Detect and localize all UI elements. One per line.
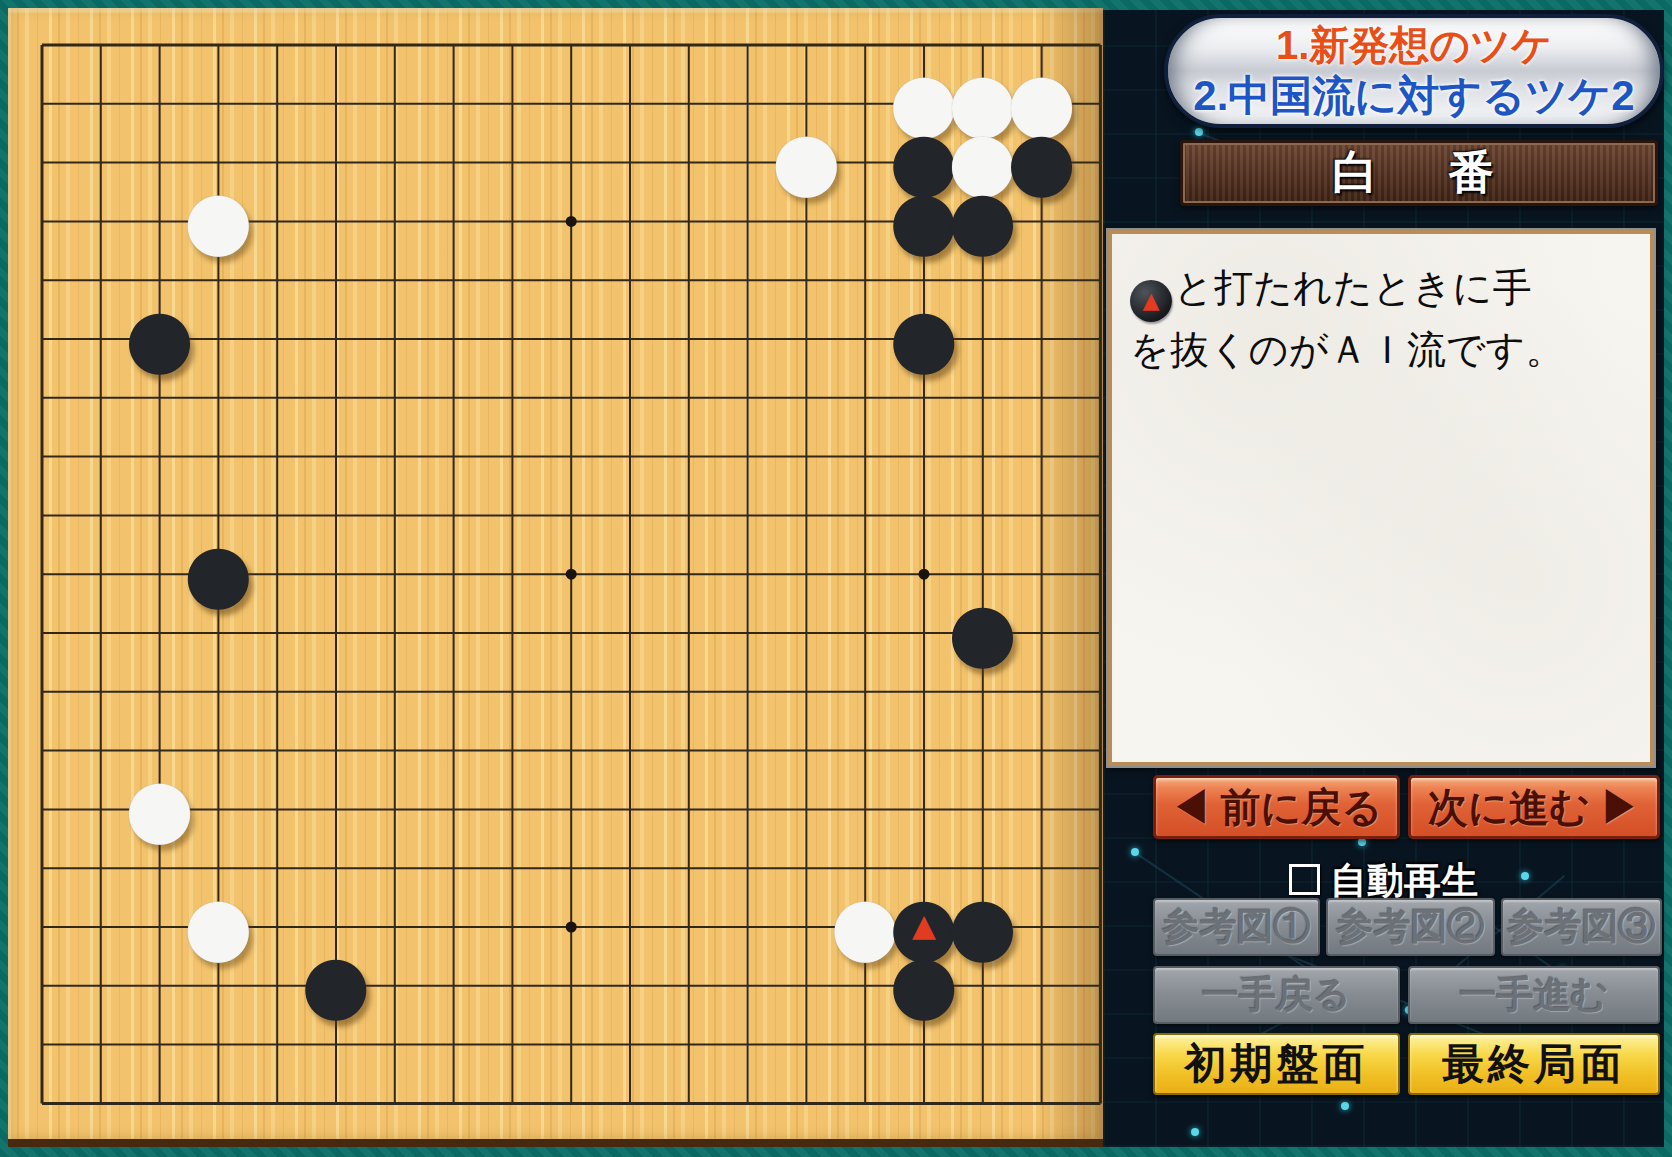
lesson-title-banner: 1.新発想のツケ 2.中国流に対するツケ2 [1164, 14, 1664, 128]
circuit-dot-decoration [1131, 848, 1139, 856]
ref-diagram-1-button[interactable]: 参考図① [1153, 898, 1320, 956]
final-position-button[interactable]: 最終局面 [1408, 1033, 1660, 1095]
prev-button[interactable]: ◀ 前に戻る [1153, 775, 1400, 839]
black-stone: ● [1012, 133, 1071, 192]
black-stone: ● [307, 956, 366, 1015]
turn-indicator-label: 白 番 [1332, 142, 1506, 204]
next-button[interactable]: 次に進む ▶ [1408, 775, 1660, 839]
circuit-dot-decoration [1191, 1128, 1199, 1136]
black-stone: ● [895, 192, 954, 251]
white-stone: ● [777, 133, 836, 192]
white-stone: ● [130, 780, 189, 839]
black-stone: ● [895, 956, 954, 1015]
black-stone: ● [953, 604, 1012, 663]
white-stone: ● [836, 898, 895, 957]
next-button-label: 次に進む ▶ [1428, 780, 1640, 835]
initial-board-label: 初期盤面 [1185, 1036, 1369, 1092]
commentary-line1: と打たれたときに手 [1174, 266, 1531, 309]
turn-indicator: 白 番 [1180, 140, 1658, 206]
ref-diagram-3-label: 参考図③ [1508, 902, 1656, 952]
black-stone: ● [189, 545, 248, 604]
ref-diagram-2-button[interactable]: 参考図② [1326, 898, 1495, 956]
black-stone-marked: ●▲ [895, 898, 954, 957]
final-position-label: 最終局面 [1442, 1036, 1626, 1092]
black-stone: ● [953, 898, 1012, 957]
white-stone: ● [189, 898, 248, 957]
board-stones-layer: ●●●●●●●●●●●●●●●●●●▲●●● [13, 16, 1103, 1133]
auto-play-checkbox[interactable] [1289, 864, 1320, 895]
ref-diagram-2-label: 参考図② [1337, 902, 1485, 952]
initial-board-button[interactable]: 初期盤面 [1153, 1033, 1400, 1095]
circuit-dot-decoration [1195, 128, 1203, 136]
circuit-dot-decoration [1341, 1102, 1349, 1110]
commentary-line2: を抜くのがＡＩ流です。 [1130, 328, 1564, 371]
auto-play-label: 自動再生 [1330, 860, 1478, 901]
last-move-triangle-mark: ▲ [895, 896, 954, 955]
circuit-dot-decoration [1358, 838, 1366, 846]
step-forward-label: 一手進む [1460, 970, 1609, 1020]
lesson-title-line1: 1.新発想のツケ [1276, 20, 1552, 70]
go-board[interactable]: ●●●●●●●●●●●●●●●●●●▲●●● [8, 8, 1103, 1147]
step-back-button[interactable]: 一手戻る [1153, 966, 1400, 1024]
prev-button-label: ◀ 前に戻る [1171, 780, 1383, 835]
ref-diagram-3-button[interactable]: 参考図③ [1501, 898, 1662, 956]
white-stone: ● [189, 192, 248, 251]
black-stone: ● [130, 310, 189, 369]
app-window: ●●●●●●●●●●●●●●●●●●▲●●● 1.新発想のツケ 2.中国流に対す… [0, 0, 1672, 1157]
black-stone: ● [953, 192, 1012, 251]
marked-stone-icon: ▲ [1130, 280, 1172, 322]
triangle-mark-glyph: ▲ [1143, 290, 1160, 312]
step-forward-button[interactable]: 一手進む [1408, 966, 1660, 1024]
ref-diagram-1-label: 参考図① [1163, 902, 1311, 952]
commentary-box: ▲と打たれたときに手 を抜くのがＡＩ流です。 [1106, 228, 1656, 768]
lesson-title-line2: 2.中国流に対するツケ2 [1193, 70, 1634, 122]
black-stone: ● [895, 310, 954, 369]
step-back-label: 一手戻る [1202, 970, 1351, 1020]
